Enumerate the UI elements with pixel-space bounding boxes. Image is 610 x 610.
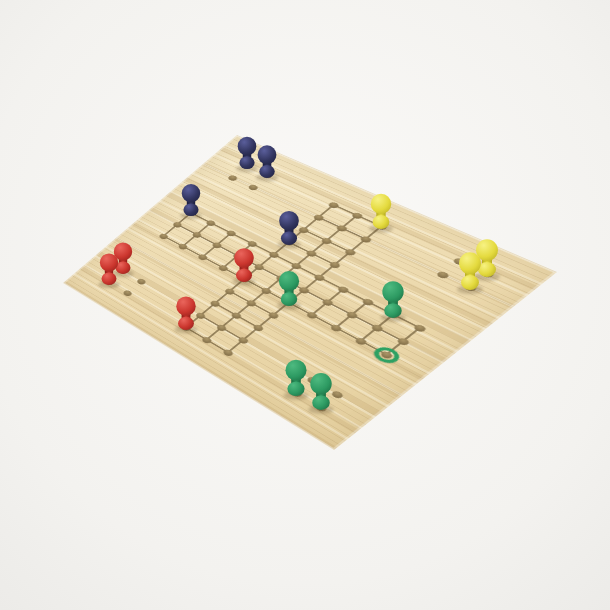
peg-head xyxy=(278,271,298,291)
peg-red-9[interactable] xyxy=(233,248,256,282)
peg-head xyxy=(258,146,277,165)
peg-head xyxy=(383,281,404,302)
peg-head xyxy=(100,253,118,271)
peg-yellow-3[interactable] xyxy=(369,194,393,229)
peg-blue-1[interactable] xyxy=(236,137,258,169)
peg-head xyxy=(286,360,307,381)
peg-red-13[interactable] xyxy=(174,297,197,331)
peg-blue-6[interactable] xyxy=(277,211,300,245)
peg-base xyxy=(280,292,297,306)
scene xyxy=(0,0,610,610)
peg-base xyxy=(385,303,402,318)
peg-blue-7[interactable] xyxy=(180,184,202,216)
peg-head xyxy=(371,194,391,214)
peg-head xyxy=(237,137,256,156)
peg-head xyxy=(279,211,299,231)
peg-blue-2[interactable] xyxy=(256,146,278,179)
peg-yellow-5[interactable] xyxy=(457,252,483,290)
peg-base xyxy=(281,232,297,245)
peg-base xyxy=(239,156,254,169)
peg-head xyxy=(176,297,195,316)
peg-green-15[interactable] xyxy=(308,373,333,410)
peg-green-8[interactable] xyxy=(381,281,406,318)
peg-green-10[interactable] xyxy=(277,271,301,306)
peg-head xyxy=(234,248,254,268)
pieces-layer xyxy=(0,0,610,610)
peg-head xyxy=(182,184,200,202)
peg-green-14[interactable] xyxy=(284,360,309,396)
peg-head xyxy=(459,252,481,274)
peg-head xyxy=(310,373,331,394)
peg-red-12[interactable] xyxy=(98,253,120,285)
peg-base xyxy=(183,203,198,216)
